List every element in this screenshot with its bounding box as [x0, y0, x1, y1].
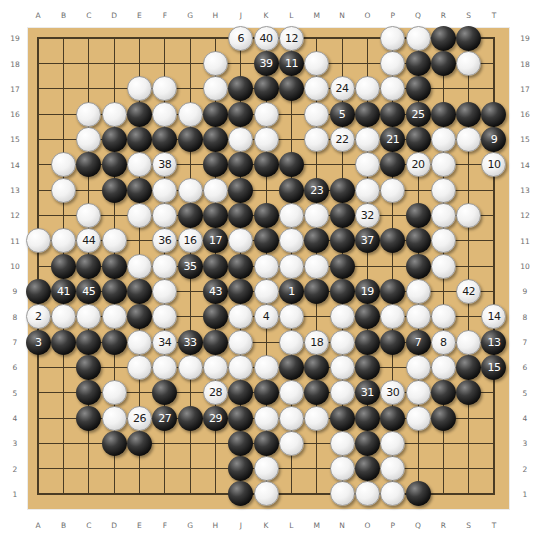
- move-number-label: 1: [288, 286, 295, 297]
- move-number-label: 36: [158, 235, 171, 246]
- stone-black[interactable]: [380, 102, 405, 127]
- stone-white[interactable]: [279, 203, 304, 228]
- move-number-label: 41: [57, 286, 70, 297]
- stone-black[interactable]: [127, 178, 152, 203]
- coord-label-col: C: [86, 11, 91, 20]
- stone-black[interactable]: [279, 355, 304, 380]
- coord-label-row: 6: [13, 363, 18, 372]
- move-number-label: 32: [361, 210, 374, 221]
- coord-label-row: 16: [520, 110, 530, 119]
- coord-label-col: P: [390, 521, 395, 530]
- coord-label-col: H: [213, 11, 219, 20]
- coord-label-col: G: [187, 521, 193, 530]
- stone-white[interactable]: [254, 456, 279, 481]
- stone-black[interactable]: [355, 406, 380, 431]
- stone-black[interactable]: [76, 330, 101, 355]
- stone-white[interactable]: 42: [456, 279, 481, 304]
- stone-black[interactable]: 33: [178, 330, 203, 355]
- coord-label-col: A: [36, 11, 41, 20]
- stone-black[interactable]: [254, 228, 279, 253]
- stone-white[interactable]: [102, 102, 127, 127]
- coord-label-col: B: [61, 521, 66, 530]
- stone-white[interactable]: [279, 406, 304, 431]
- stone-black[interactable]: [406, 203, 431, 228]
- coord-label-col: T: [492, 11, 497, 20]
- stone-white[interactable]: [330, 355, 355, 380]
- move-number-label: 5: [339, 109, 346, 120]
- stone-black[interactable]: 3: [26, 330, 51, 355]
- move-number-label: 26: [133, 413, 146, 424]
- stone-white[interactable]: [355, 127, 380, 152]
- move-number-label: 45: [82, 286, 95, 297]
- stone-white[interactable]: [431, 127, 456, 152]
- move-number-label: 44: [82, 235, 95, 246]
- stone-white[interactable]: [102, 228, 127, 253]
- move-number-label: 21: [386, 134, 399, 145]
- coord-label-row: 13: [10, 186, 20, 195]
- stone-black[interactable]: [228, 279, 253, 304]
- stone-black[interactable]: [102, 330, 127, 355]
- stone-black[interactable]: [330, 203, 355, 228]
- stone-white[interactable]: [431, 178, 456, 203]
- stone-black[interactable]: [431, 102, 456, 127]
- stone-black[interactable]: [76, 406, 101, 431]
- stone-black[interactable]: [380, 279, 405, 304]
- move-number-label: 4: [263, 311, 270, 322]
- stone-black[interactable]: [254, 431, 279, 456]
- stone-white[interactable]: [431, 254, 456, 279]
- stone-black[interactable]: [406, 228, 431, 253]
- stone-black[interactable]: [76, 254, 101, 279]
- stone-black[interactable]: 7: [406, 330, 431, 355]
- stone-black[interactable]: 37: [355, 228, 380, 253]
- stone-black[interactable]: [431, 51, 456, 76]
- stone-black[interactable]: [203, 304, 228, 329]
- move-number-label: 39: [260, 58, 273, 69]
- stone-black[interactable]: [254, 76, 279, 101]
- stone-white[interactable]: [304, 254, 329, 279]
- stone-black[interactable]: [431, 26, 456, 51]
- coord-label-row: 14: [10, 160, 20, 169]
- coord-label-row: 12: [10, 211, 20, 220]
- stone-black[interactable]: [102, 254, 127, 279]
- stone-white[interactable]: [254, 481, 279, 506]
- stone-black[interactable]: [456, 102, 481, 127]
- stone-white[interactable]: [355, 152, 380, 177]
- stone-white[interactable]: [203, 51, 228, 76]
- stone-black[interactable]: [203, 102, 228, 127]
- stone-white[interactable]: [330, 304, 355, 329]
- stone-white[interactable]: [203, 178, 228, 203]
- stone-black[interactable]: [228, 178, 253, 203]
- coord-label-row: 11: [520, 236, 530, 245]
- coord-label-col: T: [492, 521, 497, 530]
- stone-white[interactable]: [254, 355, 279, 380]
- stone-white[interactable]: [76, 102, 101, 127]
- coord-label-col: K: [264, 11, 269, 20]
- stone-black[interactable]: [304, 279, 329, 304]
- stone-white[interactable]: 32: [355, 203, 380, 228]
- stone-black[interactable]: [228, 254, 253, 279]
- coord-label-row: 4: [523, 414, 528, 423]
- stone-black[interactable]: [127, 279, 152, 304]
- stone-black[interactable]: [406, 127, 431, 152]
- stone-black[interactable]: [102, 431, 127, 456]
- coord-label-row: 8: [523, 312, 528, 321]
- stone-black[interactable]: [330, 406, 355, 431]
- coord-label-col: K: [264, 521, 269, 530]
- stone-white[interactable]: [406, 355, 431, 380]
- coord-label-col: M: [313, 11, 319, 20]
- stone-white[interactable]: [380, 178, 405, 203]
- stone-black[interactable]: [254, 203, 279, 228]
- stone-black[interactable]: [203, 254, 228, 279]
- coord-label-row: 17: [10, 84, 20, 93]
- stone-white[interactable]: [431, 304, 456, 329]
- stone-white[interactable]: 12: [279, 26, 304, 51]
- stone-black[interactable]: [203, 127, 228, 152]
- stone-white[interactable]: [102, 380, 127, 405]
- stone-white[interactable]: [330, 330, 355, 355]
- coord-label-col: D: [111, 11, 117, 20]
- stone-white[interactable]: [380, 431, 405, 456]
- stone-black[interactable]: 39: [254, 51, 279, 76]
- coord-label-col: L: [289, 521, 293, 530]
- stone-black[interactable]: [228, 102, 253, 127]
- coord-label-col: J: [240, 521, 242, 530]
- stone-black[interactable]: [279, 178, 304, 203]
- coord-label-col: D: [111, 521, 117, 530]
- coord-label-row: 7: [523, 338, 528, 347]
- stone-black[interactable]: [456, 355, 481, 380]
- stone-white[interactable]: [406, 380, 431, 405]
- stone-black[interactable]: [380, 406, 405, 431]
- move-number-label: 35: [184, 261, 197, 272]
- stone-white[interactable]: 18: [304, 330, 329, 355]
- stone-white[interactable]: [330, 431, 355, 456]
- stone-white[interactable]: [152, 355, 177, 380]
- stone-white[interactable]: [127, 254, 152, 279]
- stone-black[interactable]: [431, 380, 456, 405]
- stone-white[interactable]: [152, 102, 177, 127]
- stone-black[interactable]: [203, 203, 228, 228]
- coord-label-row: 17: [520, 84, 530, 93]
- stone-white[interactable]: 4: [254, 304, 279, 329]
- stone-white[interactable]: [304, 203, 329, 228]
- stone-black[interactable]: [51, 330, 76, 355]
- stone-black[interactable]: [330, 178, 355, 203]
- stone-black[interactable]: [102, 152, 127, 177]
- stone-white[interactable]: 26: [127, 406, 152, 431]
- stone-white[interactable]: [152, 178, 177, 203]
- move-number-label: 28: [209, 387, 222, 398]
- stone-white[interactable]: 2: [26, 304, 51, 329]
- move-number-label: 37: [361, 235, 374, 246]
- stone-white[interactable]: [127, 330, 152, 355]
- coord-label-row: 11: [10, 236, 20, 245]
- coord-label-col: L: [289, 11, 293, 20]
- stone-white[interactable]: [456, 127, 481, 152]
- stone-black[interactable]: [330, 254, 355, 279]
- stone-black[interactable]: [102, 279, 127, 304]
- coord-label-row: 4: [13, 414, 18, 423]
- coord-label-row: 5: [13, 388, 18, 397]
- stone-black[interactable]: [178, 203, 203, 228]
- stone-white[interactable]: 16: [178, 228, 203, 253]
- coord-label-row: 10: [520, 262, 530, 271]
- stone-black[interactable]: 41: [51, 279, 76, 304]
- stone-black[interactable]: [178, 406, 203, 431]
- stone-white[interactable]: [254, 406, 279, 431]
- move-number-label: 10: [487, 159, 500, 170]
- stone-white[interactable]: [406, 406, 431, 431]
- stone-black[interactable]: [406, 51, 431, 76]
- stone-white[interactable]: [406, 26, 431, 51]
- coord-label-col: S: [466, 11, 471, 20]
- coord-label-row: 8: [13, 312, 18, 321]
- stone-black[interactable]: [355, 102, 380, 127]
- stone-white[interactable]: [279, 431, 304, 456]
- move-number-label: 2: [35, 311, 42, 322]
- stone-black[interactable]: 43: [203, 279, 228, 304]
- stone-black[interactable]: [481, 102, 506, 127]
- stone-white[interactable]: [279, 304, 304, 329]
- move-number-label: 27: [158, 413, 171, 424]
- coord-label-row: 7: [13, 338, 18, 347]
- move-number-label: 19: [361, 286, 374, 297]
- stone-black[interactable]: [304, 355, 329, 380]
- stone-white[interactable]: [456, 203, 481, 228]
- move-number-label: 18: [310, 337, 323, 348]
- stone-black[interactable]: 29: [203, 406, 228, 431]
- stone-black[interactable]: 13: [481, 330, 506, 355]
- stone-white[interactable]: [203, 355, 228, 380]
- stone-white[interactable]: [102, 406, 127, 431]
- stone-black[interactable]: [102, 178, 127, 203]
- stone-white[interactable]: [178, 355, 203, 380]
- stone-black[interactable]: [330, 228, 355, 253]
- coord-label-col: R: [441, 521, 446, 530]
- stone-black[interactable]: 5: [330, 102, 355, 127]
- move-number-label: 33: [184, 337, 197, 348]
- stone-white[interactable]: [456, 51, 481, 76]
- coord-label-row: 10: [10, 262, 20, 271]
- move-number-label: 9: [491, 134, 498, 145]
- stone-white[interactable]: [330, 380, 355, 405]
- move-number-label: 31: [361, 387, 374, 398]
- coord-label-col: E: [137, 11, 142, 20]
- move-number-label: 20: [412, 159, 425, 170]
- stone-black[interactable]: 11: [279, 51, 304, 76]
- coord-label-col: J: [240, 11, 242, 20]
- stone-white[interactable]: 28: [203, 380, 228, 405]
- stone-black[interactable]: 21: [380, 127, 405, 152]
- stone-black[interactable]: [26, 279, 51, 304]
- stone-white[interactable]: [102, 304, 127, 329]
- stone-white[interactable]: [152, 254, 177, 279]
- move-number-label: 22: [336, 134, 349, 145]
- stone-white[interactable]: [279, 254, 304, 279]
- stone-white[interactable]: [380, 26, 405, 51]
- stone-white[interactable]: [330, 481, 355, 506]
- stone-black[interactable]: [228, 431, 253, 456]
- stone-black[interactable]: [355, 456, 380, 481]
- move-number-label: 34: [158, 337, 171, 348]
- stone-white[interactable]: [254, 102, 279, 127]
- stone-white[interactable]: [431, 203, 456, 228]
- stone-black[interactable]: 35: [178, 254, 203, 279]
- stone-black[interactable]: 27: [152, 406, 177, 431]
- coord-label-col: C: [86, 521, 91, 530]
- stone-black[interactable]: [228, 406, 253, 431]
- stone-black[interactable]: 19: [355, 279, 380, 304]
- stone-black[interactable]: [178, 127, 203, 152]
- coord-label-col: M: [313, 521, 319, 530]
- stone-white[interactable]: [254, 127, 279, 152]
- stone-black[interactable]: [330, 279, 355, 304]
- coord-label-col: N: [339, 11, 345, 20]
- stone-white[interactable]: 40: [254, 26, 279, 51]
- coord-label-row: 9: [523, 287, 528, 296]
- move-number-label: 17: [209, 235, 222, 246]
- stone-white[interactable]: [228, 330, 253, 355]
- stone-black[interactable]: [102, 127, 127, 152]
- stone-white[interactable]: [431, 355, 456, 380]
- coord-label-row: 3: [523, 439, 528, 448]
- coord-label-row: 12: [520, 211, 530, 220]
- coord-label-row: 15: [10, 135, 20, 144]
- move-number-label: 40: [260, 33, 273, 44]
- coord-label-col: F: [163, 11, 167, 20]
- coord-label-col: F: [163, 521, 167, 530]
- stone-white[interactable]: [228, 355, 253, 380]
- move-number-label: 16: [184, 235, 197, 246]
- stone-white[interactable]: [355, 178, 380, 203]
- coord-label-col: O: [364, 11, 370, 20]
- stone-black[interactable]: 31: [355, 380, 380, 405]
- stone-white[interactable]: [304, 406, 329, 431]
- stone-black[interactable]: [406, 76, 431, 101]
- stone-black[interactable]: [127, 127, 152, 152]
- coord-label-col: P: [390, 11, 395, 20]
- stone-white[interactable]: [304, 102, 329, 127]
- stone-black[interactable]: 25: [406, 102, 431, 127]
- coord-label-row: 15: [520, 135, 530, 144]
- move-number-label: 14: [487, 311, 500, 322]
- stone-black[interactable]: [406, 254, 431, 279]
- coord-label-col: G: [187, 11, 193, 20]
- stone-black[interactable]: [254, 380, 279, 405]
- move-number-label: 38: [158, 159, 171, 170]
- move-number-label: 42: [462, 286, 475, 297]
- stone-white[interactable]: [456, 330, 481, 355]
- stone-white[interactable]: [279, 228, 304, 253]
- move-number-label: 30: [386, 387, 399, 398]
- coord-label-row: 14: [520, 160, 530, 169]
- coord-label-row: 18: [10, 59, 20, 68]
- stone-white[interactable]: 20: [406, 152, 431, 177]
- stone-black[interactable]: 1: [279, 279, 304, 304]
- stone-white[interactable]: 8: [431, 330, 456, 355]
- stone-white[interactable]: [279, 380, 304, 405]
- move-number-label: 15: [487, 362, 500, 373]
- move-number-label: 25: [412, 109, 425, 120]
- coord-label-row: 2: [523, 464, 528, 473]
- stone-black[interactable]: [254, 152, 279, 177]
- stone-black[interactable]: [203, 330, 228, 355]
- coord-label-col: H: [213, 521, 219, 530]
- stone-white[interactable]: [254, 254, 279, 279]
- stone-black[interactable]: [355, 330, 380, 355]
- stone-black[interactable]: 23: [304, 178, 329, 203]
- coord-label-row: 6: [523, 363, 528, 372]
- stone-white[interactable]: [406, 304, 431, 329]
- stone-white[interactable]: [127, 203, 152, 228]
- stone-black[interactable]: [380, 330, 405, 355]
- stone-white[interactable]: [431, 152, 456, 177]
- stone-black[interactable]: [355, 355, 380, 380]
- stone-black[interactable]: [406, 481, 431, 506]
- coord-label-row: 1: [523, 489, 528, 498]
- move-number-label: 3: [35, 337, 42, 348]
- coord-label-col: N: [339, 521, 345, 530]
- stone-black[interactable]: [355, 304, 380, 329]
- stone-black[interactable]: [431, 406, 456, 431]
- stone-white[interactable]: [178, 178, 203, 203]
- coord-label-col: Q: [415, 521, 421, 530]
- coord-label-row: 18: [520, 59, 530, 68]
- move-number-label: 24: [336, 83, 349, 94]
- stone-black[interactable]: [127, 102, 152, 127]
- stone-white[interactable]: [431, 228, 456, 253]
- coord-label-row: 16: [10, 110, 20, 119]
- coord-label-row: 2: [13, 464, 18, 473]
- stone-white[interactable]: 34: [152, 330, 177, 355]
- stone-white[interactable]: [26, 228, 51, 253]
- stone-black[interactable]: [51, 254, 76, 279]
- stone-black[interactable]: [456, 26, 481, 51]
- stone-white[interactable]: [127, 355, 152, 380]
- coord-label-row: 1: [13, 489, 18, 498]
- coord-label-row: 19: [520, 34, 530, 43]
- move-number-label: 11: [285, 58, 298, 69]
- move-number-label: 8: [440, 337, 447, 348]
- coord-label-row: 13: [520, 186, 530, 195]
- coord-label-col: A: [36, 521, 41, 530]
- go-board-diagram: AABBCCDDEEFFGGHHJJKKLLMMNNOOPPQQRRSSTT19…: [0, 0, 540, 540]
- coord-label-col: R: [441, 11, 446, 20]
- stone-white[interactable]: [406, 279, 431, 304]
- coord-label-col: S: [466, 521, 471, 530]
- stone-white[interactable]: [330, 456, 355, 481]
- stone-white[interactable]: [178, 102, 203, 127]
- stone-white[interactable]: [279, 330, 304, 355]
- stone-white[interactable]: 22: [330, 127, 355, 152]
- stone-black[interactable]: [355, 431, 380, 456]
- stone-white[interactable]: 6: [228, 26, 253, 51]
- coord-label-row: 9: [13, 287, 18, 296]
- coord-label-col: B: [61, 11, 66, 20]
- move-number-label: 43: [209, 286, 222, 297]
- move-number-label: 7: [415, 337, 422, 348]
- move-number-label: 12: [285, 33, 298, 44]
- coord-label-col: Q: [415, 11, 421, 20]
- coord-label-col: O: [364, 521, 370, 530]
- stone-white[interactable]: 24: [330, 76, 355, 101]
- stone-white[interactable]: [51, 178, 76, 203]
- stone-white[interactable]: [254, 279, 279, 304]
- stone-black[interactable]: [127, 431, 152, 456]
